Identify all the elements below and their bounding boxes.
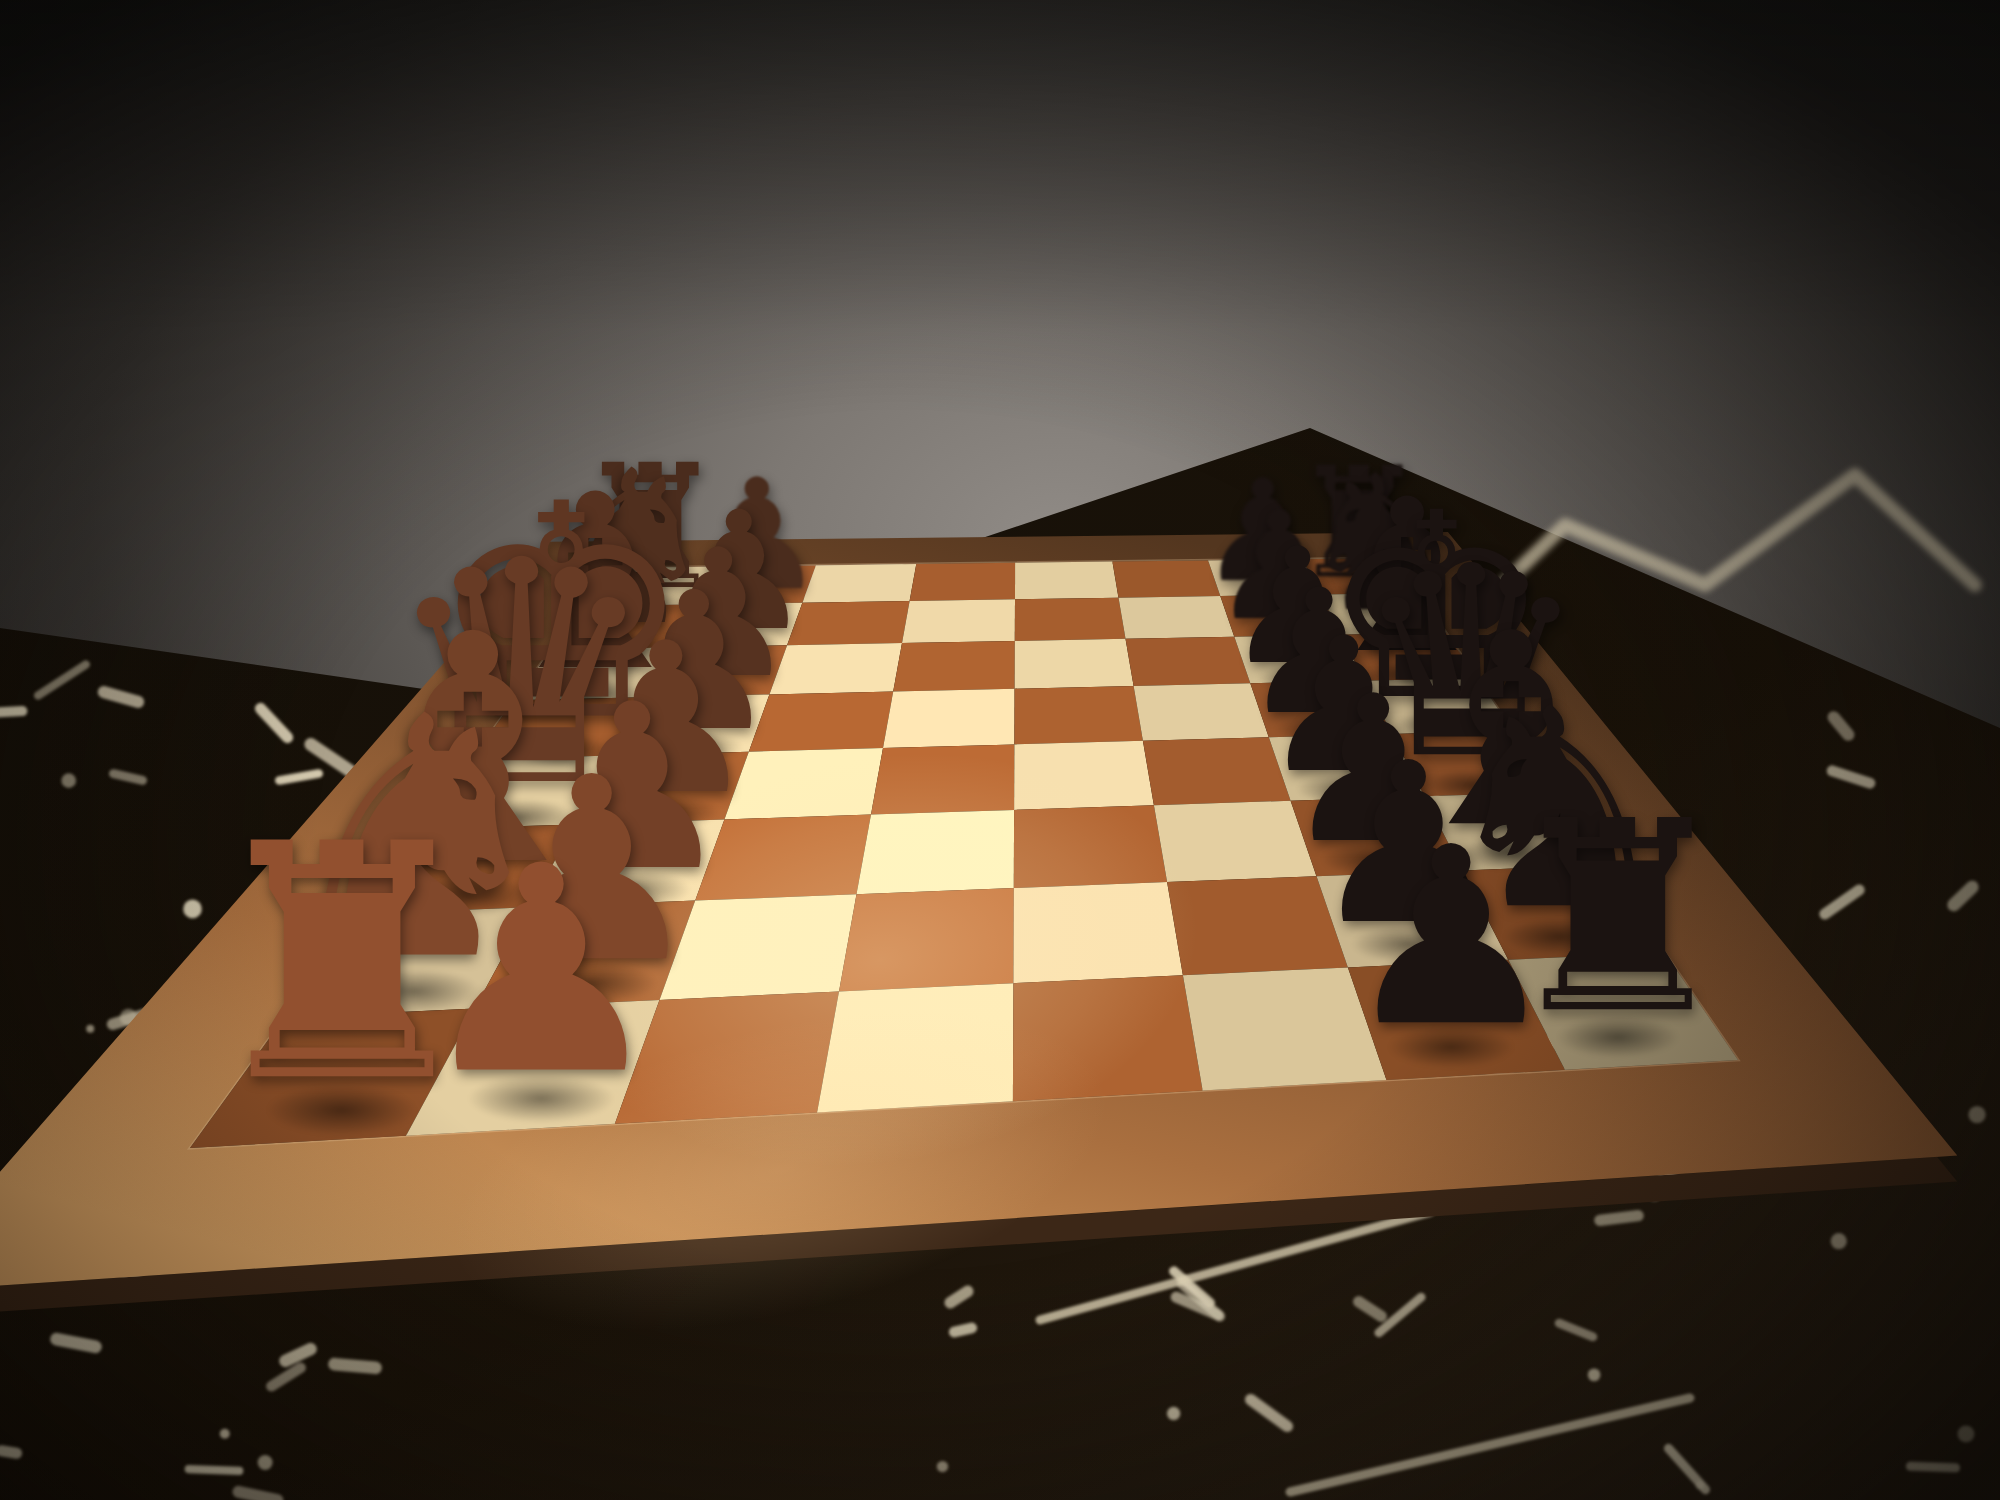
square-d5[interactable] <box>1014 741 1154 810</box>
square-f5[interactable] <box>1015 639 1134 689</box>
square-f4[interactable] <box>893 641 1015 692</box>
square-d4[interactable] <box>871 744 1014 814</box>
square-g4[interactable] <box>902 599 1015 643</box>
square-a5[interactable] <box>1013 975 1203 1101</box>
piece-black-pawn-a7[interactable]: ♟ <box>1341 815 1561 1060</box>
square-b5[interactable] <box>1013 882 1183 983</box>
square-c5[interactable] <box>1014 805 1167 888</box>
square-b4[interactable] <box>839 888 1014 991</box>
square-a4[interactable] <box>817 983 1013 1112</box>
scene: ♜♞♝♛♚♝♞♜♟♟♟♟♟♟♟♟♟♟♟♟♟♟♟♟♜♞♝♛♚♝♞♜ <box>0 0 2000 1500</box>
square-h5[interactable] <box>1015 562 1119 600</box>
square-c4[interactable] <box>857 810 1015 894</box>
piece-white-rook-a1[interactable]: ♜ <box>197 802 488 1126</box>
square-h4[interactable] <box>910 563 1016 601</box>
square-g5[interactable] <box>1015 598 1126 641</box>
square-e4[interactable] <box>883 689 1015 748</box>
square-e5[interactable] <box>1014 686 1143 744</box>
